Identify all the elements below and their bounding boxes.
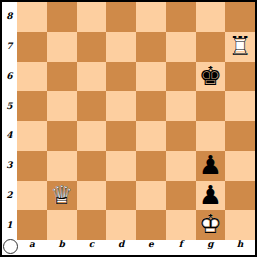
white-king[interactable]: ♚♔ (196, 210, 226, 240)
square-a6[interactable] (17, 62, 47, 92)
square-a2[interactable] (17, 181, 47, 211)
file-label-a: a (17, 240, 47, 255)
square-c2[interactable] (77, 181, 107, 211)
square-b1[interactable] (47, 210, 77, 240)
piece-glyph: ♚ (196, 62, 226, 92)
file-label-h: h (225, 240, 255, 255)
square-b4[interactable] (47, 121, 77, 151)
square-b5[interactable] (47, 91, 77, 121)
white-to-move-indicator (3, 239, 18, 254)
rank-label-7: 7 (2, 32, 17, 62)
square-a1[interactable] (17, 210, 47, 240)
square-c8[interactable] (77, 2, 107, 32)
piece-glyph: ♟ (196, 181, 226, 211)
square-e4[interactable] (136, 121, 166, 151)
file-labels: abcdefgh (17, 240, 255, 255)
square-g2[interactable]: ♟ (196, 181, 226, 211)
piece-outline-layer: ♖ (225, 32, 255, 62)
square-f7[interactable] (166, 32, 196, 62)
square-d8[interactable] (106, 2, 136, 32)
file-label-f: f (166, 240, 196, 255)
square-b8[interactable] (47, 2, 77, 32)
square-g3[interactable]: ♟ (196, 151, 226, 181)
square-c6[interactable] (77, 62, 107, 92)
square-e3[interactable] (136, 151, 166, 181)
square-f2[interactable] (166, 181, 196, 211)
square-d3[interactable] (106, 151, 136, 181)
white-rook[interactable]: ♜♖ (225, 32, 255, 62)
square-a7[interactable] (17, 32, 47, 62)
black-pawn[interactable]: ♟ (196, 181, 226, 211)
file-label-g: g (196, 240, 226, 255)
square-h1[interactable] (225, 210, 255, 240)
square-c3[interactable] (77, 151, 107, 181)
piece-glyph: ♟ (196, 151, 226, 181)
square-d1[interactable] (106, 210, 136, 240)
square-f4[interactable] (166, 121, 196, 151)
rank-label-3: 3 (2, 151, 17, 181)
square-h2[interactable] (225, 181, 255, 211)
square-b3[interactable] (47, 151, 77, 181)
square-f5[interactable] (166, 91, 196, 121)
chess-diagram: 87654321 ♜♖♚♟♛♕♟♚♔ abcdefgh (0, 0, 257, 257)
square-c4[interactable] (77, 121, 107, 151)
white-queen[interactable]: ♛♕ (47, 181, 77, 211)
file-label-b: b (47, 240, 77, 255)
square-a5[interactable] (17, 91, 47, 121)
square-f6[interactable] (166, 62, 196, 92)
square-e8[interactable] (136, 2, 166, 32)
square-h5[interactable] (225, 91, 255, 121)
file-label-c: c (77, 240, 107, 255)
square-e2[interactable] (136, 181, 166, 211)
square-h3[interactable] (225, 151, 255, 181)
square-a3[interactable] (17, 151, 47, 181)
square-g1[interactable]: ♚♔ (196, 210, 226, 240)
square-g5[interactable] (196, 91, 226, 121)
square-h8[interactable] (225, 2, 255, 32)
rank-label-5: 5 (2, 91, 17, 121)
square-h7[interactable]: ♜♖ (225, 32, 255, 62)
square-g4[interactable] (196, 121, 226, 151)
square-g6[interactable]: ♚ (196, 62, 226, 92)
square-h6[interactable] (225, 62, 255, 92)
square-f3[interactable] (166, 151, 196, 181)
square-d2[interactable] (106, 181, 136, 211)
rank-label-1: 1 (2, 210, 17, 240)
black-king[interactable]: ♚ (196, 62, 226, 92)
square-g7[interactable] (196, 32, 226, 62)
square-a4[interactable] (17, 121, 47, 151)
square-d6[interactable] (106, 62, 136, 92)
rank-labels: 87654321 (2, 2, 17, 240)
rank-label-2: 2 (2, 181, 17, 211)
rank-label-6: 6 (2, 62, 17, 92)
file-label-d: d (106, 240, 136, 255)
piece-outline-layer: ♕ (47, 181, 77, 211)
square-e1[interactable] (136, 210, 166, 240)
rank-label-8: 8 (2, 2, 17, 32)
square-e6[interactable] (136, 62, 166, 92)
square-a8[interactable] (17, 2, 47, 32)
square-g8[interactable] (196, 2, 226, 32)
square-e7[interactable] (136, 32, 166, 62)
piece-outline-layer: ♔ (196, 210, 226, 240)
square-e5[interactable] (136, 91, 166, 121)
square-d5[interactable] (106, 91, 136, 121)
square-f1[interactable] (166, 210, 196, 240)
square-h4[interactable] (225, 121, 255, 151)
square-c7[interactable] (77, 32, 107, 62)
file-label-e: e (136, 240, 166, 255)
square-c1[interactable] (77, 210, 107, 240)
black-pawn[interactable]: ♟ (196, 151, 226, 181)
chess-board: ♜♖♚♟♛♕♟♚♔ (17, 2, 255, 240)
square-d7[interactable] (106, 32, 136, 62)
square-b7[interactable] (47, 32, 77, 62)
square-b2[interactable]: ♛♕ (47, 181, 77, 211)
rank-label-4: 4 (2, 121, 17, 151)
square-c5[interactable] (77, 91, 107, 121)
square-f8[interactable] (166, 2, 196, 32)
square-b6[interactable] (47, 62, 77, 92)
square-d4[interactable] (106, 121, 136, 151)
